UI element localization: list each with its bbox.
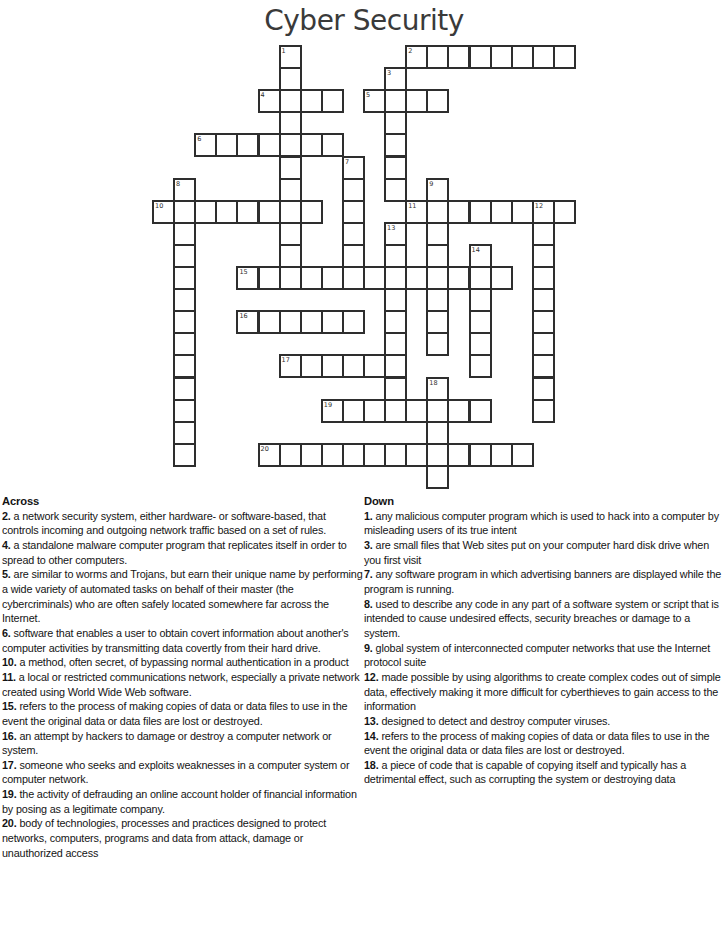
cell-r10c6[interactable] bbox=[279, 266, 302, 290]
cell-r19c13[interactable] bbox=[426, 465, 449, 489]
cell-r5c6[interactable] bbox=[279, 156, 302, 180]
cell-r8c6[interactable] bbox=[279, 222, 302, 246]
cell-r11c13[interactable] bbox=[426, 288, 449, 312]
crossword-page: Cyber Security 1234567891011121314151617… bbox=[0, 0, 728, 933]
cell-r0c13[interactable] bbox=[426, 45, 449, 69]
across-clue-20: 20. body of technologies, processes and … bbox=[2, 816, 363, 860]
cell-r3c11[interactable] bbox=[384, 111, 407, 135]
cell-r14c9[interactable] bbox=[342, 354, 365, 378]
cell-r10c8[interactable] bbox=[321, 266, 344, 290]
cell-r10c18[interactable] bbox=[532, 266, 555, 290]
cell-r15c18[interactable] bbox=[532, 377, 555, 401]
cell-r9c11[interactable] bbox=[384, 244, 407, 268]
cell-r2c10[interactable]: 5 bbox=[363, 89, 386, 113]
cell-r16c9[interactable] bbox=[342, 399, 365, 423]
cell-r16c15[interactable] bbox=[469, 399, 492, 423]
clue-number: 14 bbox=[472, 246, 480, 254]
across-clue-5: 5. are similar to worms and Trojans, but… bbox=[2, 567, 363, 626]
across-clue-15: 15. refers to the process of making copi… bbox=[2, 699, 363, 728]
cell-r2c8[interactable] bbox=[321, 89, 344, 113]
cell-r10c4[interactable]: 15 bbox=[236, 266, 259, 290]
down-clue-9: 9. global system of interconnected compu… bbox=[364, 641, 726, 670]
cell-r6c9[interactable] bbox=[342, 178, 365, 202]
cell-r11c11[interactable] bbox=[384, 288, 407, 312]
cell-r18c17[interactable] bbox=[511, 443, 534, 467]
cell-r18c15[interactable] bbox=[469, 443, 492, 467]
cell-r0c19[interactable] bbox=[553, 45, 576, 69]
cell-r8c11[interactable]: 13 bbox=[384, 222, 407, 246]
cell-r16c11[interactable] bbox=[384, 399, 407, 423]
cell-r18c8[interactable] bbox=[321, 443, 344, 467]
cell-r10c1[interactable] bbox=[173, 266, 196, 290]
across-clue-16: 16. an attempt by hackers to damage or d… bbox=[2, 729, 363, 758]
cell-r14c15[interactable] bbox=[469, 354, 492, 378]
cell-r13c15[interactable] bbox=[469, 332, 492, 356]
cell-r10c9[interactable] bbox=[342, 266, 365, 290]
clue-number: 20 bbox=[261, 445, 269, 453]
across-clue-17: 17. someone who seeks and exploits weakn… bbox=[2, 758, 363, 787]
clue-number: 6 bbox=[197, 135, 201, 143]
across-header: Across bbox=[2, 494, 363, 509]
cell-r7c9[interactable] bbox=[342, 200, 365, 224]
cell-r14c11[interactable] bbox=[384, 354, 407, 378]
down-header: Down bbox=[364, 494, 726, 509]
cell-r18c9[interactable] bbox=[342, 443, 365, 467]
clue-number: 9 bbox=[429, 180, 433, 188]
clue-number: 18 bbox=[429, 379, 437, 387]
cell-r7c18[interactable]: 12 bbox=[532, 200, 555, 224]
cell-r9c6[interactable] bbox=[279, 244, 302, 268]
cell-r16c1[interactable] bbox=[173, 399, 196, 423]
cell-r4c5[interactable] bbox=[258, 133, 281, 157]
cell-r7c0[interactable]: 10 bbox=[152, 200, 175, 224]
cell-r8c1[interactable] bbox=[173, 222, 196, 246]
cell-r12c8[interactable] bbox=[321, 310, 344, 334]
cell-r4c11[interactable] bbox=[384, 133, 407, 157]
cell-r9c13[interactable] bbox=[426, 244, 449, 268]
cell-r8c9[interactable] bbox=[342, 222, 365, 246]
cell-r2c5[interactable]: 4 bbox=[258, 89, 281, 113]
cell-r18c12[interactable] bbox=[405, 443, 428, 467]
cell-r0c18[interactable] bbox=[532, 45, 555, 69]
cell-r2c6[interactable] bbox=[279, 89, 302, 113]
down-clues-section: Down 1. any malicious computer program w… bbox=[364, 494, 726, 787]
clue-number: 7 bbox=[345, 158, 349, 166]
cell-r12c15[interactable] bbox=[469, 310, 492, 334]
cell-r12c9[interactable] bbox=[342, 310, 365, 334]
down-clue-3: 3. are small files that Web sites put on… bbox=[364, 538, 726, 567]
cell-r4c7[interactable] bbox=[300, 133, 323, 157]
cell-r12c4[interactable]: 16 bbox=[236, 310, 259, 334]
cell-r10c15[interactable] bbox=[469, 266, 492, 290]
cell-r18c14[interactable] bbox=[447, 443, 470, 467]
puzzle-title: Cyber Security bbox=[0, 4, 728, 38]
cell-r9c15[interactable]: 14 bbox=[469, 244, 492, 268]
cell-r15c13[interactable]: 18 bbox=[426, 377, 449, 401]
down-clue-13: 13. designed to detect and destroy compu… bbox=[364, 714, 726, 729]
cell-r11c1[interactable] bbox=[173, 288, 196, 312]
cell-r16c14[interactable] bbox=[447, 399, 470, 423]
cell-r7c17[interactable] bbox=[511, 200, 534, 224]
down-clue-7: 7. any software program in which adverti… bbox=[364, 567, 726, 596]
cell-r2c13[interactable] bbox=[426, 89, 449, 113]
cell-r2c12[interactable] bbox=[405, 89, 428, 113]
cell-r5c9[interactable]: 7 bbox=[342, 156, 365, 180]
crossword-grid: 1234567891011121314151617181920 bbox=[152, 45, 577, 490]
cell-r4c2[interactable]: 6 bbox=[194, 133, 217, 157]
cell-r7c14[interactable] bbox=[447, 200, 470, 224]
cell-r11c15[interactable] bbox=[469, 288, 492, 312]
cell-r10c13[interactable] bbox=[426, 266, 449, 290]
cell-r16c12[interactable] bbox=[405, 399, 428, 423]
cell-r9c18[interactable] bbox=[532, 244, 555, 268]
cell-r7c5[interactable] bbox=[258, 200, 281, 224]
clue-number: 11 bbox=[408, 202, 416, 210]
cell-r7c15[interactable] bbox=[469, 200, 492, 224]
cell-r17c1[interactable] bbox=[173, 421, 196, 445]
cell-r14c10[interactable] bbox=[363, 354, 386, 378]
cell-r15c1[interactable] bbox=[173, 377, 196, 401]
clue-number: 15 bbox=[239, 268, 247, 276]
cell-r18c5[interactable]: 20 bbox=[258, 443, 281, 467]
cell-r10c16[interactable] bbox=[490, 266, 513, 290]
cell-r10c14[interactable] bbox=[447, 266, 470, 290]
cell-r3c6[interactable] bbox=[279, 111, 302, 135]
cell-r0c12[interactable]: 2 bbox=[405, 45, 428, 69]
across-clue-11: 11. a local or restricted communications… bbox=[2, 670, 363, 699]
cell-r10c12[interactable] bbox=[405, 266, 428, 290]
cell-r4c6[interactable] bbox=[279, 133, 302, 157]
cell-r2c7[interactable] bbox=[300, 89, 323, 113]
cell-r0c14[interactable] bbox=[447, 45, 470, 69]
cell-r18c7[interactable] bbox=[300, 443, 323, 467]
clue-number: 1 bbox=[282, 47, 286, 55]
cell-r18c11[interactable] bbox=[384, 443, 407, 467]
cell-r18c10[interactable] bbox=[363, 443, 386, 467]
down-clue-8: 8. used to describe any code in any part… bbox=[364, 597, 726, 641]
cell-r1c11[interactable]: 3 bbox=[384, 67, 407, 91]
cell-r12c11[interactable] bbox=[384, 310, 407, 334]
cell-r6c11[interactable] bbox=[384, 178, 407, 202]
cell-r14c1[interactable] bbox=[173, 354, 196, 378]
cell-r16c18[interactable] bbox=[532, 399, 555, 423]
cell-r12c18[interactable] bbox=[532, 310, 555, 334]
cell-r12c5[interactable] bbox=[258, 310, 281, 334]
cell-r0c17[interactable] bbox=[511, 45, 534, 69]
cell-r14c7[interactable] bbox=[300, 354, 323, 378]
cell-r7c12[interactable]: 11 bbox=[405, 200, 428, 224]
across-clue-10: 10. a method, often secret, of bypassing… bbox=[2, 655, 363, 670]
cell-r12c6[interactable] bbox=[279, 310, 302, 334]
cell-r6c6[interactable] bbox=[279, 178, 302, 202]
cell-r7c6[interactable] bbox=[279, 200, 302, 224]
cell-r12c13[interactable] bbox=[426, 310, 449, 334]
clue-number: 16 bbox=[239, 312, 247, 320]
cell-r4c3[interactable] bbox=[215, 133, 238, 157]
clue-number: 4 bbox=[261, 91, 265, 99]
clue-number: 3 bbox=[387, 69, 391, 77]
cell-r18c6[interactable] bbox=[279, 443, 302, 467]
clue-number: 10 bbox=[155, 202, 163, 210]
across-clues-section: Across 2. a network security system, eit… bbox=[2, 494, 363, 860]
across-clue-2: 2. a network security system, either har… bbox=[2, 509, 363, 538]
cell-r7c7[interactable] bbox=[300, 200, 323, 224]
cell-r0c16[interactable] bbox=[490, 45, 513, 69]
clue-number: 19 bbox=[324, 401, 332, 409]
down-clue-1: 1. any malicious computer program which … bbox=[364, 509, 726, 538]
cell-r8c13[interactable] bbox=[426, 222, 449, 246]
clue-number: 5 bbox=[366, 91, 370, 99]
cell-r2c11[interactable] bbox=[384, 89, 407, 113]
cell-r12c1[interactable] bbox=[173, 310, 196, 334]
cell-r0c15[interactable] bbox=[469, 45, 492, 69]
cell-r13c13[interactable] bbox=[426, 332, 449, 356]
cell-r13c11[interactable] bbox=[384, 332, 407, 356]
down-clue-14: 14. refers to the process of making copi… bbox=[364, 729, 726, 758]
cell-r10c7[interactable] bbox=[300, 266, 323, 290]
cell-r10c5[interactable] bbox=[258, 266, 281, 290]
cell-r14c8[interactable] bbox=[321, 354, 344, 378]
cell-r12c7[interactable] bbox=[300, 310, 323, 334]
across-clue-19: 19. the activity of defrauding an online… bbox=[2, 787, 363, 816]
cell-r16c10[interactable] bbox=[363, 399, 386, 423]
cell-r13c18[interactable] bbox=[532, 332, 555, 356]
cell-r14c6[interactable]: 17 bbox=[279, 354, 302, 378]
cell-r16c13[interactable] bbox=[426, 399, 449, 423]
cell-r11c18[interactable] bbox=[532, 288, 555, 312]
down-clue-list: 1. any malicious computer program which … bbox=[364, 509, 726, 787]
across-clue-list: 2. a network security system, either har… bbox=[2, 509, 363, 861]
cell-r14c18[interactable] bbox=[532, 354, 555, 378]
clue-number: 17 bbox=[282, 356, 290, 364]
clue-number: 12 bbox=[535, 202, 543, 210]
across-clue-4: 4. a standalone malware computer program… bbox=[2, 538, 363, 567]
cell-r17c13[interactable] bbox=[426, 421, 449, 445]
cell-r6c13[interactable]: 9 bbox=[426, 178, 449, 202]
cell-r10c11[interactable] bbox=[384, 266, 407, 290]
clue-number: 8 bbox=[176, 180, 180, 188]
down-clue-12: 12. made possible by using algorithms to… bbox=[364, 670, 726, 714]
cell-r9c1[interactable] bbox=[173, 244, 196, 268]
cell-r7c13[interactable] bbox=[426, 200, 449, 224]
cell-r6c1[interactable]: 8 bbox=[173, 178, 196, 202]
cell-r5c11[interactable] bbox=[384, 156, 407, 180]
cell-r4c8[interactable] bbox=[321, 133, 344, 157]
cell-r18c13[interactable] bbox=[426, 443, 449, 467]
clue-number: 2 bbox=[408, 47, 412, 55]
across-clue-6: 6. software that enables a user to obtai… bbox=[2, 626, 363, 655]
cell-r7c3[interactable] bbox=[215, 200, 238, 224]
cell-r9c9[interactable] bbox=[342, 244, 365, 268]
cell-r7c19[interactable] bbox=[553, 200, 576, 224]
cell-r7c1[interactable] bbox=[173, 200, 196, 224]
cell-r15c11[interactable] bbox=[384, 377, 407, 401]
cell-r18c16[interactable] bbox=[490, 443, 513, 467]
cell-r7c2[interactable] bbox=[194, 200, 217, 224]
down-clue-18: 18. a piece of code that is capable of c… bbox=[364, 758, 726, 787]
cell-r4c4[interactable] bbox=[236, 133, 259, 157]
cell-r8c18[interactable] bbox=[532, 222, 555, 246]
cell-r16c8[interactable]: 19 bbox=[321, 399, 344, 423]
clue-number: 13 bbox=[387, 224, 395, 232]
cell-r1c6[interactable] bbox=[279, 67, 302, 91]
cell-r13c1[interactable] bbox=[173, 332, 196, 356]
cell-r7c16[interactable] bbox=[490, 200, 513, 224]
cell-r18c1[interactable] bbox=[173, 443, 196, 467]
cell-r7c4[interactable] bbox=[236, 200, 259, 224]
cell-r0c6[interactable]: 1 bbox=[279, 45, 302, 69]
cell-r10c10[interactable] bbox=[363, 266, 386, 290]
